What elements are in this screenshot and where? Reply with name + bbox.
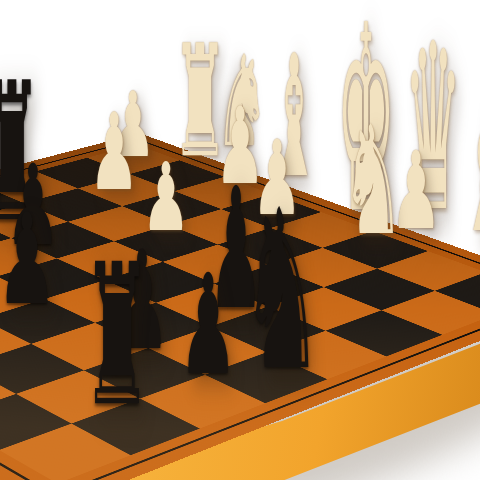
pawn-glyph: ♟: [0, 197, 57, 323]
bishop-glyph: ♝: [461, 83, 480, 257]
knight-glyph: ♞: [342, 107, 405, 258]
knight-glyph: ♞: [241, 182, 323, 403]
pawn-glyph: ♟: [89, 100, 139, 206]
rook-glyph: ♜: [82, 238, 152, 433]
pawn-glyph: ♟: [178, 257, 237, 396]
chess-set-photo: ♜♟♞♜♟♝♟♟♛♟♟♚♞♝♟♟♟♟♟♞♜: [0, 0, 480, 480]
pieces-layer: ♜♟♞♜♟♝♟♟♛♟♟♚♞♝♟♟♟♟♟♞♜: [0, 0, 480, 480]
